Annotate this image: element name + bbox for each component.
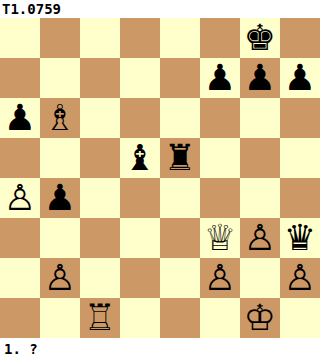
square-c6[interactable] — [80, 98, 120, 138]
black-pawn[interactable]: ♟ — [44, 178, 76, 218]
square-a2[interactable] — [0, 258, 40, 298]
square-d8[interactable] — [120, 18, 160, 58]
move-prompt-label: 1. ? — [4, 341, 38, 357]
square-f5[interactable] — [200, 138, 240, 178]
square-h2[interactable]: ♙ — [280, 258, 320, 298]
square-a5[interactable] — [0, 138, 40, 178]
white-pawn[interactable]: ♙ — [244, 218, 276, 258]
square-d3[interactable] — [120, 218, 160, 258]
square-h4[interactable] — [280, 178, 320, 218]
black-pawn[interactable]: ♟ — [4, 98, 36, 138]
square-g4[interactable] — [240, 178, 280, 218]
square-g1[interactable]: ♔ — [240, 298, 280, 338]
white-bishop[interactable]: ♗ — [44, 98, 76, 138]
square-c7[interactable] — [80, 58, 120, 98]
white-pawn[interactable]: ♙ — [204, 258, 236, 298]
square-b6[interactable]: ♗ — [40, 98, 80, 138]
black-pawn[interactable]: ♟ — [204, 58, 236, 98]
white-pawn[interactable]: ♙ — [4, 178, 36, 218]
square-b1[interactable] — [40, 298, 80, 338]
square-f6[interactable] — [200, 98, 240, 138]
square-a8[interactable] — [0, 18, 40, 58]
square-h8[interactable] — [280, 18, 320, 58]
square-g8[interactable]: ♚ — [240, 18, 280, 58]
square-g2[interactable] — [240, 258, 280, 298]
square-a7[interactable] — [0, 58, 40, 98]
black-pawn[interactable]: ♟ — [244, 58, 276, 98]
square-f1[interactable] — [200, 298, 240, 338]
white-queen[interactable]: ♕ — [204, 218, 236, 258]
square-d2[interactable] — [120, 258, 160, 298]
square-d4[interactable] — [120, 178, 160, 218]
white-rook[interactable]: ♖ — [84, 298, 116, 338]
square-b4[interactable]: ♟ — [40, 178, 80, 218]
square-e6[interactable] — [160, 98, 200, 138]
square-e2[interactable] — [160, 258, 200, 298]
black-rook[interactable]: ♜ — [164, 138, 196, 178]
square-g3[interactable]: ♙ — [240, 218, 280, 258]
square-b8[interactable] — [40, 18, 80, 58]
square-d7[interactable] — [120, 58, 160, 98]
black-bishop[interactable]: ♝ — [124, 138, 156, 178]
square-e5[interactable]: ♜ — [160, 138, 200, 178]
square-c1[interactable]: ♖ — [80, 298, 120, 338]
square-c2[interactable] — [80, 258, 120, 298]
black-pawn[interactable]: ♟ — [284, 58, 316, 98]
square-d1[interactable] — [120, 298, 160, 338]
square-c8[interactable] — [80, 18, 120, 58]
square-d6[interactable] — [120, 98, 160, 138]
square-a3[interactable] — [0, 218, 40, 258]
square-b7[interactable] — [40, 58, 80, 98]
square-f2[interactable]: ♙ — [200, 258, 240, 298]
white-pawn[interactable]: ♙ — [284, 258, 316, 298]
square-h3[interactable]: ♛ — [280, 218, 320, 258]
square-d5[interactable]: ♝ — [120, 138, 160, 178]
square-f7[interactable]: ♟ — [200, 58, 240, 98]
white-pawn[interactable]: ♙ — [44, 258, 76, 298]
square-f4[interactable] — [200, 178, 240, 218]
square-c5[interactable] — [80, 138, 120, 178]
chess-board: ♚♟♟♟♟♗♝♜♙♟♕♙♛♙♙♙♖♔ — [0, 18, 320, 338]
square-g7[interactable]: ♟ — [240, 58, 280, 98]
square-a4[interactable]: ♙ — [0, 178, 40, 218]
puzzle-id-label: T1.0759 — [2, 1, 61, 17]
square-b2[interactable]: ♙ — [40, 258, 80, 298]
square-e7[interactable] — [160, 58, 200, 98]
square-f8[interactable] — [200, 18, 240, 58]
square-g5[interactable] — [240, 138, 280, 178]
square-a6[interactable]: ♟ — [0, 98, 40, 138]
square-c3[interactable] — [80, 218, 120, 258]
square-h5[interactable] — [280, 138, 320, 178]
black-queen[interactable]: ♛ — [284, 218, 316, 258]
square-h6[interactable] — [280, 98, 320, 138]
square-e3[interactable] — [160, 218, 200, 258]
square-c4[interactable] — [80, 178, 120, 218]
square-f3[interactable]: ♕ — [200, 218, 240, 258]
square-g6[interactable] — [240, 98, 280, 138]
square-h7[interactable]: ♟ — [280, 58, 320, 98]
square-e1[interactable] — [160, 298, 200, 338]
black-king[interactable]: ♚ — [244, 18, 276, 58]
square-a1[interactable] — [0, 298, 40, 338]
square-e8[interactable] — [160, 18, 200, 58]
square-e4[interactable] — [160, 178, 200, 218]
square-b3[interactable] — [40, 218, 80, 258]
white-king[interactable]: ♔ — [244, 298, 276, 338]
square-b5[interactable] — [40, 138, 80, 178]
square-h1[interactable] — [280, 298, 320, 338]
